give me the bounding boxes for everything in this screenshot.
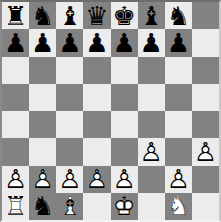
square-e4[interactable] (111, 111, 138, 138)
square-f2[interactable] (138, 166, 165, 193)
square-h6[interactable] (192, 57, 219, 84)
piece-white-king: ♔ (111, 193, 138, 220)
square-g5[interactable] (165, 84, 192, 111)
square-f6[interactable] (138, 57, 165, 84)
square-a4[interactable] (2, 111, 29, 138)
square-b1[interactable]: ♞ (29, 193, 56, 220)
square-e3[interactable] (111, 138, 138, 165)
square-e1[interactable]: ♚♔ (111, 193, 138, 220)
piece-white-pawn: ♙ (138, 138, 165, 165)
square-f5[interactable] (138, 84, 165, 111)
piece-black-pawn: ♟ (138, 29, 165, 56)
square-c3[interactable] (56, 138, 83, 165)
square-c6[interactable] (56, 57, 83, 84)
square-a7[interactable]: ♟ (2, 29, 29, 56)
square-g6[interactable] (165, 57, 192, 84)
square-e6[interactable] (111, 57, 138, 84)
square-b2[interactable]: ♟♙ (29, 166, 56, 193)
piece-black-rook: ♜ (2, 2, 29, 29)
square-d8[interactable]: ♛ (83, 2, 110, 29)
square-g3[interactable] (165, 138, 192, 165)
square-a1[interactable]: ♜♖ (2, 193, 29, 220)
square-d1[interactable] (83, 193, 110, 220)
square-a3[interactable] (2, 138, 29, 165)
piece-black-knight: ♞ (29, 2, 56, 29)
square-b4[interactable] (29, 111, 56, 138)
square-d3[interactable] (83, 138, 110, 165)
piece-black-bishop: ♝ (56, 2, 83, 29)
square-d2[interactable]: ♟♙ (83, 166, 110, 193)
square-c5[interactable] (56, 84, 83, 111)
piece-black-pawn: ♟ (165, 29, 192, 56)
square-b5[interactable] (29, 84, 56, 111)
square-a6[interactable] (2, 57, 29, 84)
square-c8[interactable]: ♝ (56, 2, 83, 29)
square-h5[interactable] (192, 84, 219, 111)
square-b3[interactable] (29, 138, 56, 165)
square-a8[interactable]: ♜ (2, 2, 29, 29)
square-g2[interactable]: ♟♙ (165, 166, 192, 193)
square-e8[interactable]: ♚ (111, 2, 138, 29)
square-c7[interactable]: ♟ (56, 29, 83, 56)
square-e2[interactable]: ♟♙ (111, 166, 138, 193)
square-h8[interactable] (192, 2, 219, 29)
piece-black-pawn: ♟ (56, 29, 83, 56)
square-h2[interactable] (192, 166, 219, 193)
square-d4[interactable] (83, 111, 110, 138)
square-d5[interactable] (83, 84, 110, 111)
square-h3[interactable]: ♟♙ (192, 138, 219, 165)
square-f8[interactable]: ♝ (138, 2, 165, 29)
chess-board-frame: ♜♞♝♛♚♝♞♟♟♟♟♟♟♟♟♙♟♙♟♙♟♙♟♙♟♙♟♙♟♙♜♖♞♝♗♚♔♞♘ (0, 0, 221, 222)
piece-black-queen: ♛ (83, 2, 110, 29)
square-e7[interactable]: ♟ (111, 29, 138, 56)
square-g1[interactable]: ♞♘ (165, 193, 192, 220)
piece-white-pawn: ♙ (56, 166, 83, 193)
piece-white-bishop: ♗ (56, 193, 83, 220)
square-e5[interactable] (111, 84, 138, 111)
square-b8[interactable]: ♞ (29, 2, 56, 29)
square-d7[interactable]: ♟ (83, 29, 110, 56)
square-g8[interactable]: ♞ (165, 2, 192, 29)
square-d6[interactable] (83, 57, 110, 84)
square-a2[interactable]: ♟♙ (2, 166, 29, 193)
square-c4[interactable] (56, 111, 83, 138)
piece-white-pawn: ♙ (111, 166, 138, 193)
piece-white-pawn: ♙ (29, 166, 56, 193)
square-b6[interactable] (29, 57, 56, 84)
piece-black-knight: ♞ (29, 193, 56, 220)
square-f7[interactable]: ♟ (138, 29, 165, 56)
piece-white-pawn: ♙ (192, 138, 219, 165)
piece-black-pawn: ♟ (111, 29, 138, 56)
piece-black-king: ♚ (111, 2, 138, 29)
square-f3[interactable]: ♟♙ (138, 138, 165, 165)
square-h4[interactable] (192, 111, 219, 138)
piece-white-rook: ♖ (2, 193, 29, 220)
piece-white-pawn: ♙ (2, 166, 29, 193)
square-h1[interactable] (192, 193, 219, 220)
square-c2[interactable]: ♟♙ (56, 166, 83, 193)
square-h7[interactable] (192, 29, 219, 56)
piece-black-knight: ♞ (165, 2, 192, 29)
square-g7[interactable]: ♟ (165, 29, 192, 56)
piece-white-pawn: ♙ (165, 166, 192, 193)
piece-white-pawn: ♙ (83, 166, 110, 193)
piece-black-pawn: ♟ (2, 29, 29, 56)
piece-white-knight: ♘ (165, 193, 192, 220)
chess-board: ♜♞♝♛♚♝♞♟♟♟♟♟♟♟♟♙♟♙♟♙♟♙♟♙♟♙♟♙♟♙♜♖♞♝♗♚♔♞♘ (2, 2, 219, 220)
piece-black-pawn: ♟ (83, 29, 110, 56)
square-a5[interactable] (2, 84, 29, 111)
square-c1[interactable]: ♝♗ (56, 193, 83, 220)
square-g4[interactable] (165, 111, 192, 138)
square-b7[interactable]: ♟ (29, 29, 56, 56)
piece-black-bishop: ♝ (138, 2, 165, 29)
piece-black-pawn: ♟ (29, 29, 56, 56)
square-f1[interactable] (138, 193, 165, 220)
square-f4[interactable] (138, 111, 165, 138)
